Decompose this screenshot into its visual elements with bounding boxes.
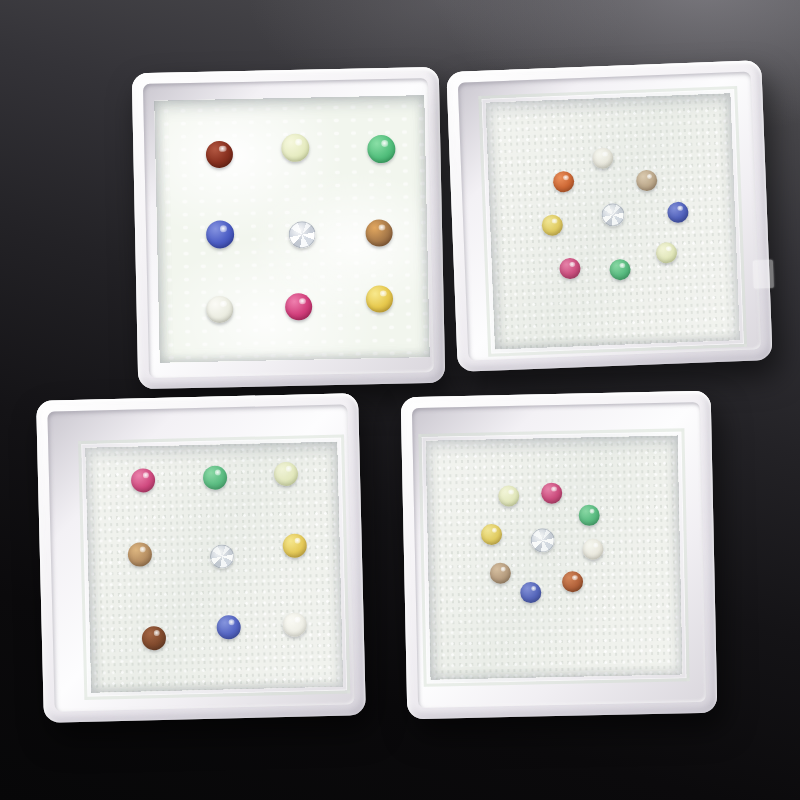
gem-pearl [592,147,614,169]
gem-highlight [500,566,506,571]
gem-highlight [219,146,226,153]
gem-highlight [381,140,388,147]
gem-highlight [295,139,302,146]
gem-highlight [552,486,558,491]
gem-cats-eye [274,462,299,487]
gem-yellow-sapphire [541,214,563,236]
gem-cats-eye [281,134,310,163]
gem-hessonite [636,170,658,192]
gem-red-coral [553,171,575,193]
gem-highlight [294,617,300,623]
gem-blue-sapphire [667,202,689,224]
gem-highlight [143,473,149,479]
gem-highlight [552,218,558,223]
gem-hessonite [365,219,393,247]
gem-diamond [210,544,235,569]
gem-highlight [229,620,235,626]
gem-yellow-sapphire [481,524,502,545]
gem-emerald [609,259,631,281]
gem-emerald [203,465,228,490]
gem-highlight [215,470,221,476]
gem-highlight [563,175,569,180]
gem-highlight [154,630,160,636]
gem-highlight [589,508,595,513]
gem-pearl [206,296,234,324]
cotton-pad [154,95,429,363]
gem-blue-sapphire [520,582,541,603]
gem-cats-eye [655,242,677,264]
gem-highlight [379,290,386,297]
gem-box-bottom-right [401,391,718,719]
gem-yellow-sapphire [282,533,307,558]
gem-highlight [286,466,292,472]
gem-box-bottom-left [36,393,366,723]
gem-highlight [531,586,537,591]
gem-highlight [491,527,497,532]
gem-highlight [602,151,608,156]
gem-highlight [620,263,626,268]
gem-highlight [570,262,576,267]
gem-highlight [140,547,146,553]
gem-highlight [593,543,599,548]
gem-box-top-left [132,67,446,389]
gem-cats-eye [498,485,519,506]
gem-highlight [509,489,515,494]
tape-piece [753,260,774,289]
gem-highlight [379,224,386,231]
gem-hessonite [490,563,511,584]
foam-pad [486,93,740,349]
gem-red-coral [562,571,583,592]
gem-highlight [220,301,227,308]
gem-yellow-sapphire [366,285,394,313]
gem-highlight [299,298,306,305]
foam-pad [426,435,683,679]
gem-pearl [282,612,307,637]
gem-diamond [530,528,554,552]
gem-ruby [131,468,156,493]
gem-blue-sapphire [217,615,242,640]
gem-diamond [288,221,316,249]
gem-blue-sapphire [206,220,235,249]
gem-pearl [582,539,603,560]
gem-highlight [572,575,578,580]
gem-red-coral [206,141,234,169]
gem-red-coral [142,626,167,651]
gem-ruby [285,293,313,321]
gem-box-top-right [446,60,772,372]
gem-diamond [601,203,625,227]
slate-background [0,0,800,800]
gem-emerald [367,135,396,164]
gem-highlight [294,538,300,544]
gem-ruby [559,258,581,280]
gem-highlight [666,246,672,251]
gem-emerald [578,505,599,526]
gem-highlight [678,205,684,210]
gem-highlight [646,174,652,179]
foam-pad [85,442,343,693]
gem-ruby [541,482,562,503]
gem-highlight [220,225,227,232]
gem-hessonite [128,542,153,567]
